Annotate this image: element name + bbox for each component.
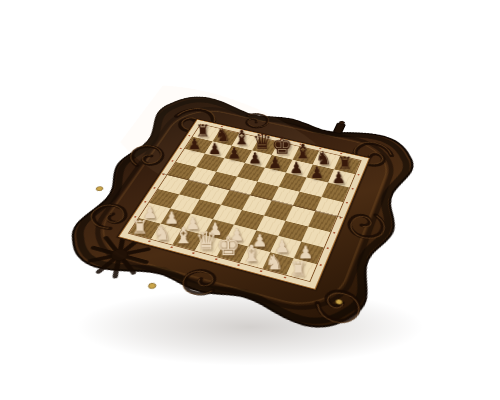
carved-board-plaque: ♜♞♝♛♚♝♞♜♟♟♟♟♟♟♟♟♟♟♟♟♟♟♟♟♜♞♝♛♚♝♞♜: [27, 78, 440, 362]
photo-stage: ♜♞♝♛♚♝♞♜♟♟♟♟♟♟♟♟♟♟♟♟♟♟♟♟♜♞♝♛♚♝♞♜: [0, 0, 500, 400]
brass-pin-left: [95, 186, 104, 191]
piece-white-knight: ♞: [150, 223, 174, 242]
brass-pin-bottom: [147, 282, 156, 289]
piece-white-pawn: ♟: [270, 239, 294, 255]
clasp: [333, 120, 346, 133]
scene: ♜♞♝♛♚♝♞♜♟♟♟♟♟♟♟♟♟♟♟♟♟♟♟♟♜♞♝♛♚♝♞♜: [0, 0, 500, 400]
